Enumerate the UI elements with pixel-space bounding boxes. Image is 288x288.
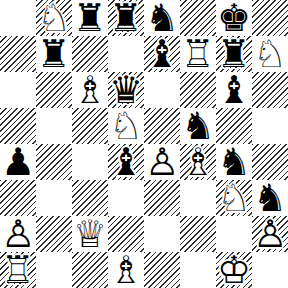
square-d7[interactable]	[108, 36, 144, 72]
piece-black-bishop: ♝	[216, 72, 252, 108]
square-b7[interactable]: ♜	[36, 36, 72, 72]
square-b4[interactable]	[36, 144, 72, 180]
square-c1[interactable]	[72, 252, 108, 288]
piece-black-knight: ♞	[252, 180, 288, 216]
piece-white-bishop: ♗	[72, 72, 108, 108]
piece-white-rook-fill: ♜	[0, 252, 36, 288]
chess-diagram: ♞♘♜♜♞♚♜♝♜♖♜♞♘♝♗♛♝♞♘♞♟♝♟♙♝♗♞♞♘♞♟♙♛♕♟♙♜♖♝♗…	[0, 0, 288, 288]
square-b8[interactable]: ♞♘	[36, 0, 72, 36]
piece-black-knight: ♞	[144, 0, 180, 36]
square-e6[interactable]	[144, 72, 180, 108]
square-b1[interactable]	[36, 252, 72, 288]
square-a2[interactable]: ♟♙	[0, 216, 36, 252]
piece-white-knight: ♘	[36, 0, 72, 36]
piece-white-bishop-fill: ♝	[180, 144, 216, 180]
piece-white-knight-fill: ♞	[36, 0, 72, 36]
square-a7[interactable]	[0, 36, 36, 72]
piece-black-rook: ♜	[108, 0, 144, 36]
piece-white-pawn-fill: ♟	[0, 216, 36, 252]
square-g1[interactable]: ♚♔	[216, 252, 252, 288]
square-g3[interactable]: ♞♘	[216, 180, 252, 216]
piece-white-rook: ♖	[180, 36, 216, 72]
piece-white-bishop-fill: ♝	[108, 252, 144, 288]
piece-black-bishop: ♝	[144, 36, 180, 72]
square-c7[interactable]	[72, 36, 108, 72]
square-g6[interactable]: ♝	[216, 72, 252, 108]
square-e7[interactable]: ♝	[144, 36, 180, 72]
square-g2[interactable]	[216, 216, 252, 252]
square-h5[interactable]	[252, 108, 288, 144]
square-d4[interactable]: ♝	[108, 144, 144, 180]
piece-white-knight: ♘	[252, 36, 288, 72]
piece-white-queen: ♕	[72, 216, 108, 252]
square-f6[interactable]	[180, 72, 216, 108]
piece-white-knight-fill: ♞	[252, 36, 288, 72]
square-f2[interactable]	[180, 216, 216, 252]
piece-black-rook: ♜	[36, 36, 72, 72]
square-g4[interactable]: ♞	[216, 144, 252, 180]
square-a3[interactable]	[0, 180, 36, 216]
piece-white-pawn-fill: ♟	[144, 144, 180, 180]
square-h7[interactable]: ♞♘	[252, 36, 288, 72]
piece-black-king: ♚	[216, 0, 252, 36]
square-f8[interactable]	[180, 0, 216, 36]
piece-white-pawn: ♙	[0, 216, 36, 252]
piece-white-rook-fill: ♜	[180, 36, 216, 72]
piece-black-rook: ♜	[72, 0, 108, 36]
square-c2[interactable]: ♛♕	[72, 216, 108, 252]
piece-white-king-fill: ♚	[216, 252, 252, 288]
square-b3[interactable]	[36, 180, 72, 216]
square-c8[interactable]: ♜	[72, 0, 108, 36]
square-c5[interactable]	[72, 108, 108, 144]
square-a1[interactable]: ♜♖	[0, 252, 36, 288]
square-f3[interactable]	[180, 180, 216, 216]
piece-black-bishop: ♝	[108, 144, 144, 180]
square-c4[interactable]	[72, 144, 108, 180]
piece-white-bishop: ♗	[180, 144, 216, 180]
square-a5[interactable]	[0, 108, 36, 144]
square-f7[interactable]: ♜♖	[180, 36, 216, 72]
square-a4[interactable]: ♟	[0, 144, 36, 180]
square-a8[interactable]	[0, 0, 36, 36]
square-e2[interactable]	[144, 216, 180, 252]
square-d8[interactable]: ♜	[108, 0, 144, 36]
chessboard: ♞♘♜♜♞♚♜♝♜♖♜♞♘♝♗♛♝♞♘♞♟♝♟♙♝♗♞♞♘♞♟♙♛♕♟♙♜♖♝♗…	[0, 0, 288, 288]
square-f1[interactable]	[180, 252, 216, 288]
piece-white-pawn-fill: ♟	[252, 216, 288, 252]
square-b5[interactable]	[36, 108, 72, 144]
piece-black-pawn: ♟	[0, 144, 36, 180]
piece-white-pawn: ♙	[252, 216, 288, 252]
square-h4[interactable]	[252, 144, 288, 180]
square-e8[interactable]: ♞	[144, 0, 180, 36]
square-c6[interactable]: ♝♗	[72, 72, 108, 108]
square-e5[interactable]	[144, 108, 180, 144]
square-d6[interactable]: ♛	[108, 72, 144, 108]
square-b6[interactable]	[36, 72, 72, 108]
piece-white-knight-fill: ♞	[108, 108, 144, 144]
piece-white-bishop: ♗	[108, 252, 144, 288]
square-h8[interactable]	[252, 0, 288, 36]
square-d5[interactable]: ♞♘	[108, 108, 144, 144]
piece-black-rook: ♜	[216, 36, 252, 72]
square-e4[interactable]: ♟♙	[144, 144, 180, 180]
square-a6[interactable]	[0, 72, 36, 108]
square-d3[interactable]	[108, 180, 144, 216]
piece-white-queen-fill: ♛	[72, 216, 108, 252]
square-g8[interactable]: ♚	[216, 0, 252, 36]
square-h6[interactable]	[252, 72, 288, 108]
square-g7[interactable]: ♜	[216, 36, 252, 72]
piece-white-rook: ♖	[0, 252, 36, 288]
square-d2[interactable]	[108, 216, 144, 252]
square-h3[interactable]: ♞	[252, 180, 288, 216]
piece-white-knight: ♘	[108, 108, 144, 144]
square-h2[interactable]: ♟♙	[252, 216, 288, 252]
square-h1[interactable]	[252, 252, 288, 288]
square-f5[interactable]: ♞	[180, 108, 216, 144]
square-c3[interactable]	[72, 180, 108, 216]
piece-white-bishop-fill: ♝	[72, 72, 108, 108]
piece-black-knight: ♞	[216, 144, 252, 180]
piece-white-pawn: ♙	[144, 144, 180, 180]
piece-white-king: ♔	[216, 252, 252, 288]
piece-white-knight-fill: ♞	[216, 180, 252, 216]
square-e3[interactable]	[144, 180, 180, 216]
piece-black-queen: ♛	[108, 72, 144, 108]
square-e1[interactable]	[144, 252, 180, 288]
piece-black-knight: ♞	[180, 108, 216, 144]
piece-white-knight: ♘	[216, 180, 252, 216]
square-f4[interactable]: ♝♗	[180, 144, 216, 180]
square-g5[interactable]	[216, 108, 252, 144]
square-b2[interactable]	[36, 216, 72, 252]
square-d1[interactable]: ♝♗	[108, 252, 144, 288]
